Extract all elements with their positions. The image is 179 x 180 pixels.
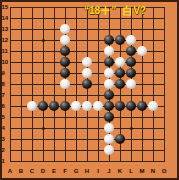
intersection-G11[interactable] [71, 46, 82, 57]
intersection-H13[interactable] [82, 24, 93, 35]
intersection-M6[interactable] [137, 101, 148, 112]
intersection-D5[interactable] [38, 112, 49, 123]
intersection-C1[interactable] [27, 156, 38, 167]
intersection-F10[interactable] [60, 57, 71, 68]
intersection-G7[interactable] [71, 90, 82, 101]
intersection-J5[interactable] [104, 112, 115, 123]
col-label-G: G [72, 168, 81, 175]
intersection-J7[interactable] [104, 90, 115, 101]
intersection-F8[interactable] [60, 79, 71, 90]
white-stone-F8[interactable] [60, 79, 70, 89]
intersection-J6[interactable] [104, 101, 115, 112]
intersection-F9[interactable] [60, 68, 71, 79]
intersection-N10[interactable] [148, 57, 159, 68]
intersection-N6[interactable] [148, 101, 159, 112]
col-label-I: I [94, 168, 103, 175]
row-label-5: 5 [2, 114, 11, 121]
col-label-J: J [105, 168, 114, 175]
intersection-E3[interactable] [49, 134, 60, 145]
intersection-H1[interactable] [82, 156, 93, 167]
intersection-D4[interactable] [38, 123, 49, 134]
intersection-I2[interactable] [93, 145, 104, 156]
black-stone-K8[interactable] [115, 79, 125, 89]
intersection-M1[interactable] [137, 156, 148, 167]
intersection-H4[interactable] [82, 123, 93, 134]
intersection-L11[interactable] [126, 46, 137, 57]
intersection-K12[interactable] [115, 35, 126, 46]
intersection-N14[interactable] [148, 13, 159, 24]
intersection-B12[interactable] [16, 35, 27, 46]
star-point-D4 [42, 127, 45, 130]
star-point-L4 [130, 127, 133, 130]
intersection-E8[interactable] [49, 79, 60, 90]
intersection-G1[interactable] [71, 156, 82, 167]
intersection-G3[interactable] [71, 134, 82, 145]
intersection-G6[interactable] [71, 101, 82, 112]
col-label-E: E [50, 168, 59, 175]
intersection-N11[interactable] [148, 46, 159, 57]
intersection-M11[interactable] [137, 46, 148, 57]
goban-board[interactable] [5, 2, 170, 167]
intersection-D1[interactable] [38, 156, 49, 167]
intersection-B9[interactable] [16, 68, 27, 79]
intersection-E13[interactable] [49, 24, 60, 35]
intersection-M13[interactable] [137, 24, 148, 35]
black-stone-F11[interactable] [60, 46, 70, 56]
row-label-12: 12 [2, 37, 11, 44]
intersection-K4[interactable] [115, 123, 126, 134]
intersection-H6[interactable] [82, 101, 93, 112]
intersection-O11[interactable] [159, 46, 170, 57]
intersection-O9[interactable] [159, 68, 170, 79]
white-stone-H9[interactable] [82, 68, 92, 78]
intersection-J11[interactable] [104, 46, 115, 57]
intersection-O15[interactable] [159, 2, 170, 13]
intersection-D12[interactable] [38, 35, 49, 46]
intersection-O10[interactable] [159, 57, 170, 68]
white-stone-L8[interactable] [126, 79, 136, 89]
intersection-H12[interactable] [82, 35, 93, 46]
intersection-C15[interactable] [27, 2, 38, 13]
black-stone-J6[interactable] [104, 101, 114, 111]
intersection-B15[interactable] [16, 2, 27, 13]
intersection-C7[interactable] [27, 90, 38, 101]
intersection-F6[interactable] [60, 101, 71, 112]
intersection-J2[interactable] [104, 145, 115, 156]
intersection-I1[interactable] [93, 156, 104, 167]
intersection-M7[interactable] [137, 90, 148, 101]
intersection-E5[interactable] [49, 112, 60, 123]
intersection-O4[interactable] [159, 123, 170, 134]
white-stone-F12[interactable] [60, 35, 70, 45]
intersection-F7[interactable] [60, 90, 71, 101]
intersection-B10[interactable] [16, 57, 27, 68]
intersection-L5[interactable] [126, 112, 137, 123]
intersection-N12[interactable] [148, 35, 159, 46]
intersection-C5[interactable] [27, 112, 38, 123]
white-stone-J3[interactable] [104, 134, 114, 144]
white-stone-J9[interactable] [104, 68, 114, 78]
intersection-J9[interactable] [104, 68, 115, 79]
intersection-C4[interactable] [27, 123, 38, 134]
white-stone-I6[interactable] [93, 101, 103, 111]
black-stone-K9[interactable] [115, 68, 125, 78]
intersection-E10[interactable] [49, 57, 60, 68]
intersection-O7[interactable] [159, 90, 170, 101]
col-label-B: B [17, 168, 26, 175]
intersection-G8[interactable] [71, 79, 82, 90]
col-label-A: A [6, 168, 15, 175]
intersection-D10[interactable] [38, 57, 49, 68]
star-point-D12 [42, 39, 45, 42]
intersection-J8[interactable] [104, 79, 115, 90]
intersection-K2[interactable] [115, 145, 126, 156]
intersection-D8[interactable] [38, 79, 49, 90]
row-label-9: 9 [2, 70, 11, 77]
intersection-F2[interactable] [60, 145, 71, 156]
intersection-G5[interactable] [71, 112, 82, 123]
intersection-I13[interactable] [93, 24, 104, 35]
intersection-D15[interactable] [38, 2, 49, 13]
intersection-G14[interactable] [71, 13, 82, 24]
black-stone-M6[interactable] [137, 101, 147, 111]
intersection-I6[interactable] [93, 101, 104, 112]
intersection-B7[interactable] [16, 90, 27, 101]
intersection-M10[interactable] [137, 57, 148, 68]
intersection-O12[interactable] [159, 35, 170, 46]
intersection-K7[interactable] [115, 90, 126, 101]
white-stone-K10[interactable] [115, 57, 125, 67]
intersection-F12[interactable] [60, 35, 71, 46]
intersection-D13[interactable] [38, 24, 49, 35]
intersection-L9[interactable] [126, 68, 137, 79]
white-stone-L12[interactable] [126, 35, 136, 45]
intersection-B3[interactable] [16, 134, 27, 145]
intersection-D3[interactable] [38, 134, 49, 145]
intersection-B4[interactable] [16, 123, 27, 134]
intersection-L1[interactable] [126, 156, 137, 167]
row-label-7: 7 [2, 92, 11, 99]
row-label-4: 4 [2, 125, 11, 132]
intersection-L13[interactable] [126, 24, 137, 35]
col-label-M: M [138, 168, 147, 175]
intersection-O14[interactable] [159, 13, 170, 24]
intersection-G10[interactable] [71, 57, 82, 68]
black-stone-D6[interactable] [38, 101, 48, 111]
intersection-M12[interactable] [137, 35, 148, 46]
intersection-E14[interactable] [49, 13, 60, 24]
intersection-E6[interactable] [49, 101, 60, 112]
intersection-C14[interactable] [27, 13, 38, 24]
caption-tail: V? [133, 5, 146, 16]
intersection-C13[interactable] [27, 24, 38, 35]
col-label-K: K [116, 168, 125, 175]
intersection-B1[interactable] [16, 156, 27, 167]
intersection-M8[interactable] [137, 79, 148, 90]
intersection-E2[interactable] [49, 145, 60, 156]
intersection-N15[interactable] [148, 2, 159, 13]
intersection-G2[interactable] [71, 145, 82, 156]
intersection-H2[interactable] [82, 145, 93, 156]
intersection-L10[interactable] [126, 57, 137, 68]
intersection-M5[interactable] [137, 112, 148, 123]
intersection-I9[interactable] [93, 68, 104, 79]
black-stone-F6[interactable] [60, 101, 70, 111]
intersection-C3[interactable] [27, 134, 38, 145]
intersection-M4[interactable] [137, 123, 148, 134]
row-label-3: 3 [2, 136, 11, 143]
intersection-H8[interactable] [82, 79, 93, 90]
intersection-E9[interactable] [49, 68, 60, 79]
intersection-D14[interactable] [38, 13, 49, 24]
intersection-F3[interactable] [60, 134, 71, 145]
caption-close-quote: ” [111, 5, 116, 16]
col-label-L: L [127, 168, 136, 175]
white-stone-M11[interactable] [137, 46, 147, 56]
row-label-1: 1 [2, 158, 11, 165]
intersection-D6[interactable] [38, 101, 49, 112]
intersection-H9[interactable] [82, 68, 93, 79]
intersection-I12[interactable] [93, 35, 104, 46]
intersection-N4[interactable] [148, 123, 159, 134]
black-stone-L10[interactable] [126, 57, 136, 67]
intersection-G15[interactable] [71, 2, 82, 13]
black-stone-H8[interactable] [82, 79, 92, 89]
intersection-L6[interactable] [126, 101, 137, 112]
black-stone-F9[interactable] [60, 68, 70, 78]
intersection-N3[interactable] [148, 134, 159, 145]
black-stone-J5[interactable] [104, 112, 114, 122]
intersection-L12[interactable] [126, 35, 137, 46]
white-stone-H6[interactable] [82, 101, 92, 111]
caption-open-quote-and-number: “18 [84, 5, 100, 16]
black-stone-J12[interactable] [104, 35, 114, 45]
intersection-I3[interactable] [93, 134, 104, 145]
intersection-H11[interactable] [82, 46, 93, 57]
intersection-J13[interactable] [104, 24, 115, 35]
intersection-G9[interactable] [71, 68, 82, 79]
intersection-E12[interactable] [49, 35, 60, 46]
intersection-L7[interactable] [126, 90, 137, 101]
intersection-O13[interactable] [159, 24, 170, 35]
intersection-J10[interactable] [104, 57, 115, 68]
intersection-C12[interactable] [27, 35, 38, 46]
intersection-I11[interactable] [93, 46, 104, 57]
black-stone-F10[interactable] [60, 57, 70, 67]
white-stone-H10[interactable] [82, 57, 92, 67]
intersection-F13[interactable] [60, 24, 71, 35]
white-stone-N6[interactable] [148, 101, 158, 111]
intersection-B8[interactable] [16, 79, 27, 90]
intersection-M2[interactable] [137, 145, 148, 156]
intersection-O6[interactable] [159, 101, 170, 112]
intersection-F4[interactable] [60, 123, 71, 134]
white-stone-F13[interactable] [60, 24, 70, 34]
row-label-2: 2 [2, 147, 11, 154]
col-label-F: F [61, 168, 70, 175]
intersection-F5[interactable] [60, 112, 71, 123]
intersection-C2[interactable] [27, 145, 38, 156]
intersection-E15[interactable] [49, 2, 60, 13]
intersection-K8[interactable] [115, 79, 126, 90]
black-stone-K3[interactable] [115, 134, 125, 144]
intersection-E11[interactable] [49, 46, 60, 57]
intersection-M9[interactable] [137, 68, 148, 79]
intersection-D2[interactable] [38, 145, 49, 156]
gomoku-app: { "game": "gomoku (five-in-a-row) on a 1… [0, 0, 179, 180]
intersection-H7[interactable] [82, 90, 93, 101]
intersection-J12[interactable] [104, 35, 115, 46]
black-stone-L6[interactable] [126, 101, 136, 111]
intersection-B13[interactable] [16, 24, 27, 35]
intersection-L2[interactable] [126, 145, 137, 156]
intersection-N7[interactable] [148, 90, 159, 101]
intersection-C11[interactable] [27, 46, 38, 57]
intersection-H3[interactable] [82, 134, 93, 145]
row-label-10: 10 [2, 59, 11, 66]
cjk-ten-glyph [101, 5, 110, 16]
intersection-H5[interactable] [82, 112, 93, 123]
intersection-N9[interactable] [148, 68, 159, 79]
intersection-C9[interactable] [27, 68, 38, 79]
white-stone-J2[interactable] [104, 145, 114, 155]
col-label-D: D [39, 168, 48, 175]
black-stone-J7[interactable] [104, 90, 114, 100]
intersection-E1[interactable] [49, 156, 60, 167]
intersection-C10[interactable] [27, 57, 38, 68]
row-label-15: 15 [2, 4, 11, 11]
intersection-F15[interactable] [60, 2, 71, 13]
intersection-K3[interactable] [115, 134, 126, 145]
intersection-G4[interactable] [71, 123, 82, 134]
intersection-C6[interactable] [27, 101, 38, 112]
intersection-N2[interactable] [148, 145, 159, 156]
white-stone-J4[interactable] [104, 123, 114, 133]
intersection-O5[interactable] [159, 112, 170, 123]
col-label-O: O [160, 168, 169, 175]
intersection-O1[interactable] [159, 156, 170, 167]
intersection-L3[interactable] [126, 134, 137, 145]
col-label-C: C [28, 168, 37, 175]
black-stone-K6[interactable] [115, 101, 125, 111]
intersection-O8[interactable] [159, 79, 170, 90]
intersection-K6[interactable] [115, 101, 126, 112]
intersection-B6[interactable] [16, 101, 27, 112]
row-label-11: 11 [2, 48, 11, 55]
intersection-N8[interactable] [148, 79, 159, 90]
intersection-F1[interactable] [60, 156, 71, 167]
black-stone-K12[interactable] [115, 35, 125, 45]
intersection-O3[interactable] [159, 134, 170, 145]
black-stone-J10[interactable] [104, 57, 114, 67]
intersection-K9[interactable] [115, 68, 126, 79]
black-stone-E6[interactable] [49, 101, 59, 111]
intersection-N5[interactable] [148, 112, 159, 123]
intersection-F14[interactable] [60, 13, 71, 24]
intersection-D11[interactable] [38, 46, 49, 57]
intersection-K1[interactable] [115, 156, 126, 167]
intersection-I8[interactable] [93, 79, 104, 90]
intersection-D7[interactable] [38, 90, 49, 101]
intersection-N1[interactable] [148, 156, 159, 167]
white-stone-C6[interactable] [27, 101, 37, 111]
intersection-K5[interactable] [115, 112, 126, 123]
white-stone-J8[interactable] [104, 79, 114, 89]
black-stone-L11[interactable] [126, 46, 136, 56]
row-label-14: 14 [2, 15, 11, 22]
intersection-E4[interactable] [49, 123, 60, 134]
intersection-I5[interactable] [93, 112, 104, 123]
white-stone-J11[interactable] [104, 46, 114, 56]
intersection-J3[interactable] [104, 134, 115, 145]
black-stone-L9[interactable] [126, 68, 136, 78]
intersection-B2[interactable] [16, 145, 27, 156]
row-label-13: 13 [2, 26, 11, 33]
intersection-O2[interactable] [159, 145, 170, 156]
caption: “18 ” V? [84, 4, 146, 17]
intersection-L4[interactable] [126, 123, 137, 134]
intersection-E7[interactable] [49, 90, 60, 101]
cjk-white-glyph [122, 5, 132, 16]
intersection-B5[interactable] [16, 112, 27, 123]
intersection-M3[interactable] [137, 134, 148, 145]
intersection-B11[interactable] [16, 46, 27, 57]
intersection-F11[interactable] [60, 46, 71, 57]
intersection-I4[interactable] [93, 123, 104, 134]
intersection-N13[interactable] [148, 24, 159, 35]
intersection-G13[interactable] [71, 24, 82, 35]
intersection-H10[interactable] [82, 57, 93, 68]
intersection-B14[interactable] [16, 13, 27, 24]
intersection-J1[interactable] [104, 156, 115, 167]
col-label-H: H [83, 168, 92, 175]
intersection-K13[interactable] [115, 24, 126, 35]
row-label-6: 6 [2, 103, 11, 110]
intersection-C8[interactable] [27, 79, 38, 90]
intersection-K11[interactable] [115, 46, 126, 57]
intersection-I10[interactable] [93, 57, 104, 68]
white-stone-G6[interactable] [71, 101, 81, 111]
row-label-8: 8 [2, 81, 11, 88]
intersection-D9[interactable] [38, 68, 49, 79]
intersection-I7[interactable] [93, 90, 104, 101]
intersection-K10[interactable] [115, 57, 126, 68]
intersection-J4[interactable] [104, 123, 115, 134]
intersection-G12[interactable] [71, 35, 82, 46]
col-label-N: N [149, 168, 158, 175]
intersection-L8[interactable] [126, 79, 137, 90]
